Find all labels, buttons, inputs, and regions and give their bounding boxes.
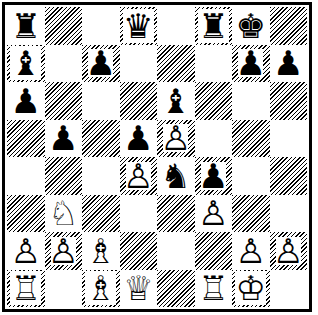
square-h3[interactable] xyxy=(270,195,308,233)
square-b5[interactable]: ♟ xyxy=(45,120,83,158)
square-f6[interactable] xyxy=(195,82,233,120)
square-e7[interactable] xyxy=(157,45,195,83)
piece-black-pawn[interactable]: ♟ xyxy=(276,49,301,77)
board-frame: ♜♛♜♚♝♟♟♟♟♝♟♟♙♙♞♟♘♙♙♙♗♙♙♖♗♕♖♔ xyxy=(2,2,312,312)
piece-white-knight[interactable]: ♘ xyxy=(48,196,79,230)
square-c8[interactable] xyxy=(82,7,120,45)
piece-white-pawn[interactable]: ♙ xyxy=(163,124,188,152)
square-f1[interactable]: ♖ xyxy=(195,270,233,308)
square-f3[interactable]: ♙ xyxy=(195,195,233,233)
square-a1[interactable]: ♖ xyxy=(7,270,45,308)
square-h8[interactable] xyxy=(270,7,308,45)
piece-white-bishop[interactable]: ♗ xyxy=(85,234,116,268)
square-c3[interactable] xyxy=(82,195,120,233)
square-h1[interactable] xyxy=(270,270,308,308)
square-c6[interactable] xyxy=(82,82,120,120)
square-b3[interactable]: ♘ xyxy=(45,195,83,233)
square-a4[interactable] xyxy=(7,157,45,195)
square-e1[interactable] xyxy=(157,270,195,308)
square-f2[interactable] xyxy=(195,232,233,270)
piece-black-bishop[interactable]: ♝ xyxy=(160,84,191,118)
square-b8[interactable] xyxy=(45,7,83,45)
square-g4[interactable] xyxy=(232,157,270,195)
piece-white-rook[interactable]: ♖ xyxy=(10,271,41,305)
piece-black-pawn[interactable]: ♟ xyxy=(126,124,151,152)
square-a7[interactable]: ♝ xyxy=(7,45,45,83)
square-e2[interactable] xyxy=(157,232,195,270)
square-g3[interactable] xyxy=(232,195,270,233)
square-g6[interactable] xyxy=(232,82,270,120)
piece-white-pawn[interactable]: ♙ xyxy=(276,237,301,265)
square-h2[interactable]: ♙ xyxy=(270,232,308,270)
square-a6[interactable]: ♟ xyxy=(7,82,45,120)
piece-black-pawn[interactable]: ♟ xyxy=(51,124,76,152)
piece-black-pawn[interactable]: ♟ xyxy=(13,87,38,115)
square-f4[interactable]: ♟ xyxy=(195,157,233,195)
square-a8[interactable]: ♜ xyxy=(7,7,45,45)
square-h6[interactable] xyxy=(270,82,308,120)
square-f5[interactable] xyxy=(195,120,233,158)
square-b7[interactable] xyxy=(45,45,83,83)
square-a5[interactable] xyxy=(7,120,45,158)
square-e5[interactable]: ♙ xyxy=(157,120,195,158)
square-g5[interactable] xyxy=(232,120,270,158)
chess-diagram: ♜♛♜♚♝♟♟♟♟♝♟♟♙♙♞♟♘♙♙♙♗♙♙♖♗♕♖♔ xyxy=(0,0,318,315)
piece-white-queen[interactable]: ♕ xyxy=(123,271,154,305)
square-b1[interactable] xyxy=(45,270,83,308)
chess-board: ♜♛♜♚♝♟♟♟♟♝♟♟♙♙♞♟♘♙♙♙♗♙♙♖♗♕♖♔ xyxy=(7,7,307,307)
piece-black-queen[interactable]: ♛ xyxy=(123,9,154,43)
square-c1[interactable]: ♗ xyxy=(82,270,120,308)
square-g7[interactable]: ♟ xyxy=(232,45,270,83)
square-d4[interactable]: ♙ xyxy=(120,157,158,195)
square-d1[interactable]: ♕ xyxy=(120,270,158,308)
square-d8[interactable]: ♛ xyxy=(120,7,158,45)
square-c4[interactable] xyxy=(82,157,120,195)
square-e4[interactable]: ♞ xyxy=(157,157,195,195)
square-b2[interactable]: ♙ xyxy=(45,232,83,270)
piece-white-pawn[interactable]: ♙ xyxy=(201,199,226,227)
square-a3[interactable] xyxy=(7,195,45,233)
square-a2[interactable]: ♙ xyxy=(7,232,45,270)
square-f8[interactable]: ♜ xyxy=(195,7,233,45)
square-d2[interactable] xyxy=(120,232,158,270)
square-g1[interactable]: ♔ xyxy=(232,270,270,308)
piece-white-pawn[interactable]: ♙ xyxy=(13,237,38,265)
piece-black-pawn[interactable]: ♟ xyxy=(201,162,226,190)
square-b6[interactable] xyxy=(45,82,83,120)
piece-white-pawn[interactable]: ♙ xyxy=(51,237,76,265)
square-d7[interactable] xyxy=(120,45,158,83)
piece-white-king[interactable]: ♔ xyxy=(235,271,266,305)
square-d6[interactable] xyxy=(120,82,158,120)
square-e8[interactable] xyxy=(157,7,195,45)
piece-black-knight[interactable]: ♞ xyxy=(160,159,191,193)
piece-white-bishop[interactable]: ♗ xyxy=(85,271,116,305)
square-c7[interactable]: ♟ xyxy=(82,45,120,83)
square-g2[interactable]: ♙ xyxy=(232,232,270,270)
piece-black-pawn[interactable]: ♟ xyxy=(238,49,263,77)
piece-white-pawn[interactable]: ♙ xyxy=(238,237,263,265)
piece-black-pawn[interactable]: ♟ xyxy=(88,49,113,77)
square-e3[interactable] xyxy=(157,195,195,233)
piece-black-bishop[interactable]: ♝ xyxy=(10,46,41,80)
square-e6[interactable]: ♝ xyxy=(157,82,195,120)
piece-white-rook[interactable]: ♖ xyxy=(198,271,229,305)
square-c5[interactable] xyxy=(82,120,120,158)
square-h7[interactable]: ♟ xyxy=(270,45,308,83)
square-d3[interactable] xyxy=(120,195,158,233)
piece-black-rook[interactable]: ♜ xyxy=(10,9,41,43)
square-b4[interactable] xyxy=(45,157,83,195)
square-c2[interactable]: ♗ xyxy=(82,232,120,270)
piece-white-pawn[interactable]: ♙ xyxy=(126,162,151,190)
square-h5[interactable] xyxy=(270,120,308,158)
piece-black-king[interactable]: ♚ xyxy=(235,9,266,43)
square-f7[interactable] xyxy=(195,45,233,83)
square-d5[interactable]: ♟ xyxy=(120,120,158,158)
square-h4[interactable] xyxy=(270,157,308,195)
square-g8[interactable]: ♚ xyxy=(232,7,270,45)
piece-black-rook[interactable]: ♜ xyxy=(198,9,229,43)
